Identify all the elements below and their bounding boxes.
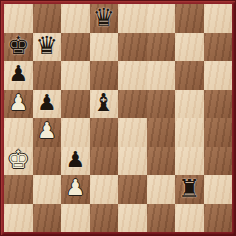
square-a5[interactable]: ♟ xyxy=(4,90,33,119)
square-f6[interactable] xyxy=(147,61,176,90)
square-d1[interactable] xyxy=(90,204,119,233)
square-f7[interactable] xyxy=(147,33,176,62)
square-c3[interactable]: ♟ xyxy=(61,147,90,176)
square-h5[interactable] xyxy=(204,90,233,119)
square-d6[interactable] xyxy=(90,61,119,90)
square-g7[interactable] xyxy=(175,33,204,62)
square-d7[interactable] xyxy=(90,33,119,62)
square-e2[interactable] xyxy=(118,175,147,204)
piece-black-king-a7[interactable]: ♚ xyxy=(7,33,29,58)
square-b1[interactable] xyxy=(33,204,62,233)
square-b8[interactable] xyxy=(33,4,62,33)
square-a3[interactable]: ♚ xyxy=(4,147,33,176)
square-f8[interactable] xyxy=(147,4,176,33)
piece-white-pawn-a5[interactable]: ♟ xyxy=(8,92,28,114)
square-g4[interactable] xyxy=(175,118,204,147)
square-f3[interactable] xyxy=(147,147,176,176)
chess-board: ♛♚♛♟♟♟♝♟♚♟♟♜ xyxy=(4,4,232,232)
square-d4[interactable] xyxy=(90,118,119,147)
piece-white-pawn-c2[interactable]: ♟ xyxy=(65,177,85,199)
square-e3[interactable] xyxy=(118,147,147,176)
square-c2[interactable]: ♟ xyxy=(61,175,90,204)
square-e4[interactable] xyxy=(118,118,147,147)
piece-black-queen-d8[interactable]: ♛ xyxy=(93,5,115,30)
piece-black-pawn-a6[interactable]: ♟ xyxy=(8,63,28,85)
piece-white-king-a3[interactable]: ♚ xyxy=(7,147,29,172)
board-frame: ♛♚♛♟♟♟♝♟♚♟♟♜ xyxy=(0,0,236,236)
square-a4[interactable] xyxy=(4,118,33,147)
square-b6[interactable] xyxy=(33,61,62,90)
square-c1[interactable] xyxy=(61,204,90,233)
piece-black-rook-g2[interactable]: ♜ xyxy=(178,176,200,201)
square-g2[interactable]: ♜ xyxy=(175,175,204,204)
square-e6[interactable] xyxy=(118,61,147,90)
square-d8[interactable]: ♛ xyxy=(90,4,119,33)
square-c4[interactable] xyxy=(61,118,90,147)
square-f4[interactable] xyxy=(147,118,176,147)
square-f5[interactable] xyxy=(147,90,176,119)
square-e7[interactable] xyxy=(118,33,147,62)
square-c8[interactable] xyxy=(61,4,90,33)
square-a2[interactable] xyxy=(4,175,33,204)
square-g5[interactable] xyxy=(175,90,204,119)
square-h3[interactable] xyxy=(204,147,233,176)
square-g6[interactable] xyxy=(175,61,204,90)
square-b2[interactable] xyxy=(33,175,62,204)
square-g8[interactable] xyxy=(175,4,204,33)
piece-black-pawn-b5[interactable]: ♟ xyxy=(37,92,57,114)
square-c7[interactable] xyxy=(61,33,90,62)
square-a8[interactable] xyxy=(4,4,33,33)
square-b3[interactable] xyxy=(33,147,62,176)
square-d5[interactable]: ♝ xyxy=(90,90,119,119)
square-a6[interactable]: ♟ xyxy=(4,61,33,90)
piece-black-pawn-c3[interactable]: ♟ xyxy=(65,149,85,171)
square-h6[interactable] xyxy=(204,61,233,90)
square-e1[interactable] xyxy=(118,204,147,233)
square-g3[interactable] xyxy=(175,147,204,176)
square-f2[interactable] xyxy=(147,175,176,204)
square-h8[interactable] xyxy=(204,4,233,33)
square-h7[interactable] xyxy=(204,33,233,62)
square-b4[interactable]: ♟ xyxy=(33,118,62,147)
square-h4[interactable] xyxy=(204,118,233,147)
square-d2[interactable] xyxy=(90,175,119,204)
square-e8[interactable] xyxy=(118,4,147,33)
piece-black-queen-b7[interactable]: ♛ xyxy=(36,33,58,58)
square-c6[interactable] xyxy=(61,61,90,90)
square-h2[interactable] xyxy=(204,175,233,204)
square-g1[interactable] xyxy=(175,204,204,233)
piece-white-pawn-b4[interactable]: ♟ xyxy=(37,120,57,142)
square-h1[interactable] xyxy=(204,204,233,233)
square-e5[interactable] xyxy=(118,90,147,119)
square-b7[interactable]: ♛ xyxy=(33,33,62,62)
square-a7[interactable]: ♚ xyxy=(4,33,33,62)
piece-black-bishop-d5[interactable]: ♝ xyxy=(93,90,115,115)
square-c5[interactable] xyxy=(61,90,90,119)
square-a1[interactable] xyxy=(4,204,33,233)
square-f1[interactable] xyxy=(147,204,176,233)
square-b5[interactable]: ♟ xyxy=(33,90,62,119)
square-d3[interactable] xyxy=(90,147,119,176)
